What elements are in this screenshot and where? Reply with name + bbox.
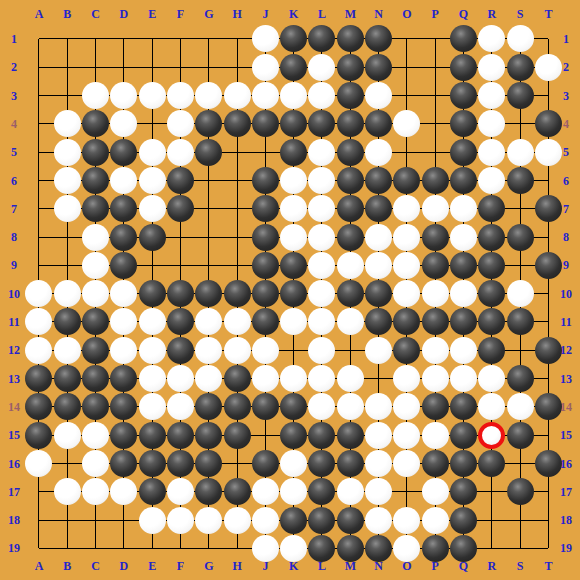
intersection-Q14[interactable] [449, 393, 477, 421]
intersection-N1[interactable] [364, 25, 392, 53]
intersection-C12[interactable] [81, 336, 109, 364]
intersection-O13[interactable] [393, 364, 421, 392]
intersection-A6[interactable] [25, 166, 53, 194]
intersection-O19[interactable] [393, 534, 421, 562]
intersection-S16[interactable] [506, 449, 534, 477]
intersection-Q10[interactable] [449, 280, 477, 308]
intersection-B2[interactable] [53, 53, 81, 81]
intersection-G11[interactable] [195, 308, 223, 336]
intersection-N18[interactable] [364, 506, 392, 534]
intersection-R19[interactable] [478, 534, 506, 562]
intersection-K3[interactable] [280, 81, 308, 109]
intersection-B10[interactable] [53, 280, 81, 308]
intersection-N6[interactable] [364, 166, 392, 194]
intersection-E10[interactable] [138, 280, 166, 308]
intersection-P7[interactable] [421, 195, 449, 223]
intersection-S8[interactable] [506, 223, 534, 251]
intersection-H12[interactable] [223, 336, 251, 364]
intersection-E8[interactable] [138, 223, 166, 251]
intersection-M10[interactable] [336, 280, 364, 308]
intersection-G7[interactable] [195, 195, 223, 223]
intersection-M1[interactable] [336, 25, 364, 53]
intersection-N15[interactable] [364, 421, 392, 449]
intersection-E17[interactable] [138, 478, 166, 506]
intersection-R16[interactable] [478, 449, 506, 477]
intersection-K12[interactable] [280, 336, 308, 364]
intersection-M17[interactable] [336, 478, 364, 506]
intersection-K5[interactable] [280, 138, 308, 166]
intersection-D14[interactable] [110, 393, 138, 421]
intersection-O10[interactable] [393, 280, 421, 308]
intersection-L9[interactable] [308, 251, 336, 279]
intersection-F4[interactable] [166, 110, 194, 138]
intersection-S1[interactable] [506, 25, 534, 53]
intersection-C6[interactable] [81, 166, 109, 194]
intersection-H7[interactable] [223, 195, 251, 223]
intersection-N19[interactable] [364, 534, 392, 562]
intersection-K17[interactable] [280, 478, 308, 506]
intersection-M2[interactable] [336, 53, 364, 81]
intersection-F5[interactable] [166, 138, 194, 166]
intersection-L19[interactable] [308, 534, 336, 562]
intersection-B3[interactable] [53, 81, 81, 109]
intersection-F12[interactable] [166, 336, 194, 364]
intersection-P14[interactable] [421, 393, 449, 421]
intersection-S12[interactable] [506, 336, 534, 364]
intersection-L6[interactable] [308, 166, 336, 194]
intersection-C10[interactable] [81, 280, 109, 308]
intersection-O1[interactable] [393, 25, 421, 53]
intersection-C18[interactable] [81, 506, 109, 534]
intersection-C2[interactable] [81, 53, 109, 81]
intersection-J3[interactable] [251, 81, 279, 109]
intersection-D13[interactable] [110, 364, 138, 392]
intersection-E6[interactable] [138, 166, 166, 194]
intersection-C7[interactable] [81, 195, 109, 223]
intersection-B1[interactable] [53, 25, 81, 53]
intersection-G17[interactable] [195, 478, 223, 506]
intersection-S3[interactable] [506, 81, 534, 109]
intersection-J2[interactable] [251, 53, 279, 81]
intersection-M9[interactable] [336, 251, 364, 279]
intersection-B7[interactable] [53, 195, 81, 223]
intersection-D19[interactable] [110, 534, 138, 562]
intersection-D17[interactable] [110, 478, 138, 506]
intersection-B13[interactable] [53, 364, 81, 392]
intersection-H11[interactable] [223, 308, 251, 336]
intersection-M12[interactable] [336, 336, 364, 364]
intersection-F16[interactable] [166, 449, 194, 477]
intersection-A10[interactable] [25, 280, 53, 308]
intersection-G5[interactable] [195, 138, 223, 166]
intersection-P17[interactable] [421, 478, 449, 506]
intersection-T4[interactable] [534, 110, 562, 138]
intersection-K8[interactable] [280, 223, 308, 251]
intersection-T18[interactable] [534, 506, 562, 534]
intersection-Q1[interactable] [449, 25, 477, 53]
intersection-C11[interactable] [81, 308, 109, 336]
intersection-L4[interactable] [308, 110, 336, 138]
intersection-E16[interactable] [138, 449, 166, 477]
intersection-C17[interactable] [81, 478, 109, 506]
intersection-T13[interactable] [534, 364, 562, 392]
intersection-M5[interactable] [336, 138, 364, 166]
intersection-E2[interactable] [138, 53, 166, 81]
intersection-A2[interactable] [25, 53, 53, 81]
intersection-K11[interactable] [280, 308, 308, 336]
intersection-D7[interactable] [110, 195, 138, 223]
intersection-C8[interactable] [81, 223, 109, 251]
intersection-J11[interactable] [251, 308, 279, 336]
intersection-O16[interactable] [393, 449, 421, 477]
intersection-S15[interactable] [506, 421, 534, 449]
intersection-L17[interactable] [308, 478, 336, 506]
intersection-D10[interactable] [110, 280, 138, 308]
intersection-C13[interactable] [81, 364, 109, 392]
intersection-T6[interactable] [534, 166, 562, 194]
intersection-L14[interactable] [308, 393, 336, 421]
intersection-T8[interactable] [534, 223, 562, 251]
intersection-M7[interactable] [336, 195, 364, 223]
intersection-P1[interactable] [421, 25, 449, 53]
intersection-J18[interactable] [251, 506, 279, 534]
intersection-N16[interactable] [364, 449, 392, 477]
intersection-P18[interactable] [421, 506, 449, 534]
intersection-N3[interactable] [364, 81, 392, 109]
intersection-F2[interactable] [166, 53, 194, 81]
intersection-L10[interactable] [308, 280, 336, 308]
intersection-E14[interactable] [138, 393, 166, 421]
intersection-N9[interactable] [364, 251, 392, 279]
intersection-R4[interactable] [478, 110, 506, 138]
intersection-T16[interactable] [534, 449, 562, 477]
intersection-S18[interactable] [506, 506, 534, 534]
intersection-K14[interactable] [280, 393, 308, 421]
intersection-C19[interactable] [81, 534, 109, 562]
intersection-N12[interactable] [364, 336, 392, 364]
intersection-O9[interactable] [393, 251, 421, 279]
intersection-B19[interactable] [53, 534, 81, 562]
intersection-C15[interactable] [81, 421, 109, 449]
intersection-F10[interactable] [166, 280, 194, 308]
intersection-E1[interactable] [138, 25, 166, 53]
intersection-O4[interactable] [393, 110, 421, 138]
intersection-L1[interactable] [308, 25, 336, 53]
intersection-D15[interactable] [110, 421, 138, 449]
intersection-F18[interactable] [166, 506, 194, 534]
intersection-K6[interactable] [280, 166, 308, 194]
intersection-L3[interactable] [308, 81, 336, 109]
intersection-R9[interactable] [478, 251, 506, 279]
intersection-R14[interactable] [478, 393, 506, 421]
intersection-Q15[interactable] [449, 421, 477, 449]
intersection-G2[interactable] [195, 53, 223, 81]
intersection-R2[interactable] [478, 53, 506, 81]
intersection-T17[interactable] [534, 478, 562, 506]
intersection-T2[interactable] [534, 53, 562, 81]
intersection-H2[interactable] [223, 53, 251, 81]
intersection-P6[interactable] [421, 166, 449, 194]
intersection-F17[interactable] [166, 478, 194, 506]
intersection-N13[interactable] [364, 364, 392, 392]
intersection-J1[interactable] [251, 25, 279, 53]
intersection-H17[interactable] [223, 478, 251, 506]
intersection-C4[interactable] [81, 110, 109, 138]
intersection-A13[interactable] [25, 364, 53, 392]
intersection-L2[interactable] [308, 53, 336, 81]
intersection-A5[interactable] [25, 138, 53, 166]
intersection-R15[interactable] [478, 421, 506, 449]
intersection-C1[interactable] [81, 25, 109, 53]
intersection-E13[interactable] [138, 364, 166, 392]
intersection-N17[interactable] [364, 478, 392, 506]
intersection-L5[interactable] [308, 138, 336, 166]
intersection-D2[interactable] [110, 53, 138, 81]
intersection-B8[interactable] [53, 223, 81, 251]
intersection-N14[interactable] [364, 393, 392, 421]
intersection-C16[interactable] [81, 449, 109, 477]
intersection-B9[interactable] [53, 251, 81, 279]
intersection-Q18[interactable] [449, 506, 477, 534]
intersection-J10[interactable] [251, 280, 279, 308]
intersection-P15[interactable] [421, 421, 449, 449]
intersection-M16[interactable] [336, 449, 364, 477]
intersection-J7[interactable] [251, 195, 279, 223]
intersection-R3[interactable] [478, 81, 506, 109]
intersection-H9[interactable] [223, 251, 251, 279]
intersection-D11[interactable] [110, 308, 138, 336]
intersection-T12[interactable] [534, 336, 562, 364]
intersection-J6[interactable] [251, 166, 279, 194]
intersection-G1[interactable] [195, 25, 223, 53]
intersection-Q2[interactable] [449, 53, 477, 81]
intersection-S19[interactable] [506, 534, 534, 562]
intersection-T14[interactable] [534, 393, 562, 421]
intersection-A19[interactable] [25, 534, 53, 562]
intersection-T11[interactable] [534, 308, 562, 336]
intersection-Q5[interactable] [449, 138, 477, 166]
intersection-D16[interactable] [110, 449, 138, 477]
intersection-G15[interactable] [195, 421, 223, 449]
intersection-S2[interactable] [506, 53, 534, 81]
intersection-D18[interactable] [110, 506, 138, 534]
intersection-K18[interactable] [280, 506, 308, 534]
intersection-A7[interactable] [25, 195, 53, 223]
intersection-G6[interactable] [195, 166, 223, 194]
intersection-C9[interactable] [81, 251, 109, 279]
intersection-R8[interactable] [478, 223, 506, 251]
intersection-G14[interactable] [195, 393, 223, 421]
intersection-M6[interactable] [336, 166, 364, 194]
intersection-A14[interactable] [25, 393, 53, 421]
intersection-J8[interactable] [251, 223, 279, 251]
intersection-T19[interactable] [534, 534, 562, 562]
intersection-E19[interactable] [138, 534, 166, 562]
intersection-Q7[interactable] [449, 195, 477, 223]
intersection-E18[interactable] [138, 506, 166, 534]
intersection-N11[interactable] [364, 308, 392, 336]
intersection-A4[interactable] [25, 110, 53, 138]
intersection-O6[interactable] [393, 166, 421, 194]
intersection-K15[interactable] [280, 421, 308, 449]
intersection-S4[interactable] [506, 110, 534, 138]
intersection-L12[interactable] [308, 336, 336, 364]
intersection-E7[interactable] [138, 195, 166, 223]
intersection-R18[interactable] [478, 506, 506, 534]
intersection-R5[interactable] [478, 138, 506, 166]
intersection-A12[interactable] [25, 336, 53, 364]
intersection-C14[interactable] [81, 393, 109, 421]
intersection-S10[interactable] [506, 280, 534, 308]
intersection-E11[interactable] [138, 308, 166, 336]
intersection-K16[interactable] [280, 449, 308, 477]
intersection-Q17[interactable] [449, 478, 477, 506]
intersection-B16[interactable] [53, 449, 81, 477]
intersection-M13[interactable] [336, 364, 364, 392]
intersection-M14[interactable] [336, 393, 364, 421]
intersection-O18[interactable] [393, 506, 421, 534]
intersection-C5[interactable] [81, 138, 109, 166]
intersection-P19[interactable] [421, 534, 449, 562]
intersection-A15[interactable] [25, 421, 53, 449]
intersection-D4[interactable] [110, 110, 138, 138]
intersection-A3[interactable] [25, 81, 53, 109]
intersection-D9[interactable] [110, 251, 138, 279]
intersection-Q4[interactable] [449, 110, 477, 138]
intersection-G19[interactable] [195, 534, 223, 562]
intersection-A9[interactable] [25, 251, 53, 279]
intersection-R10[interactable] [478, 280, 506, 308]
intersection-C3[interactable] [81, 81, 109, 109]
intersection-H5[interactable] [223, 138, 251, 166]
intersection-K2[interactable] [280, 53, 308, 81]
intersection-F15[interactable] [166, 421, 194, 449]
intersection-R7[interactable] [478, 195, 506, 223]
intersection-O15[interactable] [393, 421, 421, 449]
intersection-Q8[interactable] [449, 223, 477, 251]
intersection-Q16[interactable] [449, 449, 477, 477]
intersection-K7[interactable] [280, 195, 308, 223]
intersection-P8[interactable] [421, 223, 449, 251]
intersection-Q13[interactable] [449, 364, 477, 392]
intersection-B14[interactable] [53, 393, 81, 421]
intersection-R17[interactable] [478, 478, 506, 506]
intersection-T5[interactable] [534, 138, 562, 166]
intersection-P2[interactable] [421, 53, 449, 81]
intersection-N8[interactable] [364, 223, 392, 251]
intersection-M4[interactable] [336, 110, 364, 138]
intersection-P16[interactable] [421, 449, 449, 477]
intersection-P3[interactable] [421, 81, 449, 109]
intersection-O8[interactable] [393, 223, 421, 251]
intersection-K9[interactable] [280, 251, 308, 279]
intersection-H13[interactable] [223, 364, 251, 392]
intersection-S13[interactable] [506, 364, 534, 392]
intersection-S7[interactable] [506, 195, 534, 223]
intersection-J5[interactable] [251, 138, 279, 166]
intersection-K19[interactable] [280, 534, 308, 562]
intersection-J13[interactable] [251, 364, 279, 392]
intersection-P5[interactable] [421, 138, 449, 166]
intersection-F19[interactable] [166, 534, 194, 562]
intersection-S9[interactable] [506, 251, 534, 279]
intersection-J14[interactable] [251, 393, 279, 421]
intersection-B12[interactable] [53, 336, 81, 364]
intersection-B11[interactable] [53, 308, 81, 336]
intersection-B5[interactable] [53, 138, 81, 166]
intersection-P4[interactable] [421, 110, 449, 138]
intersection-S6[interactable] [506, 166, 534, 194]
intersection-B18[interactable] [53, 506, 81, 534]
intersection-R13[interactable] [478, 364, 506, 392]
intersection-F3[interactable] [166, 81, 194, 109]
intersection-K1[interactable] [280, 25, 308, 53]
intersection-G9[interactable] [195, 251, 223, 279]
intersection-R12[interactable] [478, 336, 506, 364]
intersection-M11[interactable] [336, 308, 364, 336]
intersection-M18[interactable] [336, 506, 364, 534]
intersection-B15[interactable] [53, 421, 81, 449]
intersection-L8[interactable] [308, 223, 336, 251]
intersection-F13[interactable] [166, 364, 194, 392]
intersection-H14[interactable] [223, 393, 251, 421]
intersection-G12[interactable] [195, 336, 223, 364]
intersection-F7[interactable] [166, 195, 194, 223]
intersection-P10[interactable] [421, 280, 449, 308]
intersection-J17[interactable] [251, 478, 279, 506]
intersection-G10[interactable] [195, 280, 223, 308]
intersection-P9[interactable] [421, 251, 449, 279]
intersection-L18[interactable] [308, 506, 336, 534]
intersection-R11[interactable] [478, 308, 506, 336]
intersection-H4[interactable] [223, 110, 251, 138]
intersection-Q6[interactable] [449, 166, 477, 194]
intersection-J9[interactable] [251, 251, 279, 279]
intersection-K10[interactable] [280, 280, 308, 308]
intersection-E4[interactable] [138, 110, 166, 138]
intersection-R6[interactable] [478, 166, 506, 194]
intersection-S11[interactable] [506, 308, 534, 336]
intersection-D8[interactable] [110, 223, 138, 251]
intersection-P13[interactable] [421, 364, 449, 392]
intersection-T15[interactable] [534, 421, 562, 449]
intersection-N2[interactable] [364, 53, 392, 81]
intersection-H19[interactable] [223, 534, 251, 562]
intersection-F8[interactable] [166, 223, 194, 251]
intersection-G18[interactable] [195, 506, 223, 534]
intersection-A1[interactable] [25, 25, 53, 53]
intersection-L13[interactable] [308, 364, 336, 392]
intersection-N10[interactable] [364, 280, 392, 308]
intersection-J4[interactable] [251, 110, 279, 138]
intersection-F9[interactable] [166, 251, 194, 279]
intersection-E9[interactable] [138, 251, 166, 279]
intersection-N7[interactable] [364, 195, 392, 223]
intersection-K13[interactable] [280, 364, 308, 392]
intersection-A18[interactable] [25, 506, 53, 534]
intersection-G13[interactable] [195, 364, 223, 392]
intersection-G16[interactable] [195, 449, 223, 477]
intersection-J12[interactable] [251, 336, 279, 364]
intersection-O11[interactable] [393, 308, 421, 336]
intersection-O2[interactable] [393, 53, 421, 81]
intersection-H1[interactable] [223, 25, 251, 53]
intersection-L15[interactable] [308, 421, 336, 449]
intersection-Q3[interactable] [449, 81, 477, 109]
intersection-T9[interactable] [534, 251, 562, 279]
intersection-H16[interactable] [223, 449, 251, 477]
intersection-P11[interactable] [421, 308, 449, 336]
